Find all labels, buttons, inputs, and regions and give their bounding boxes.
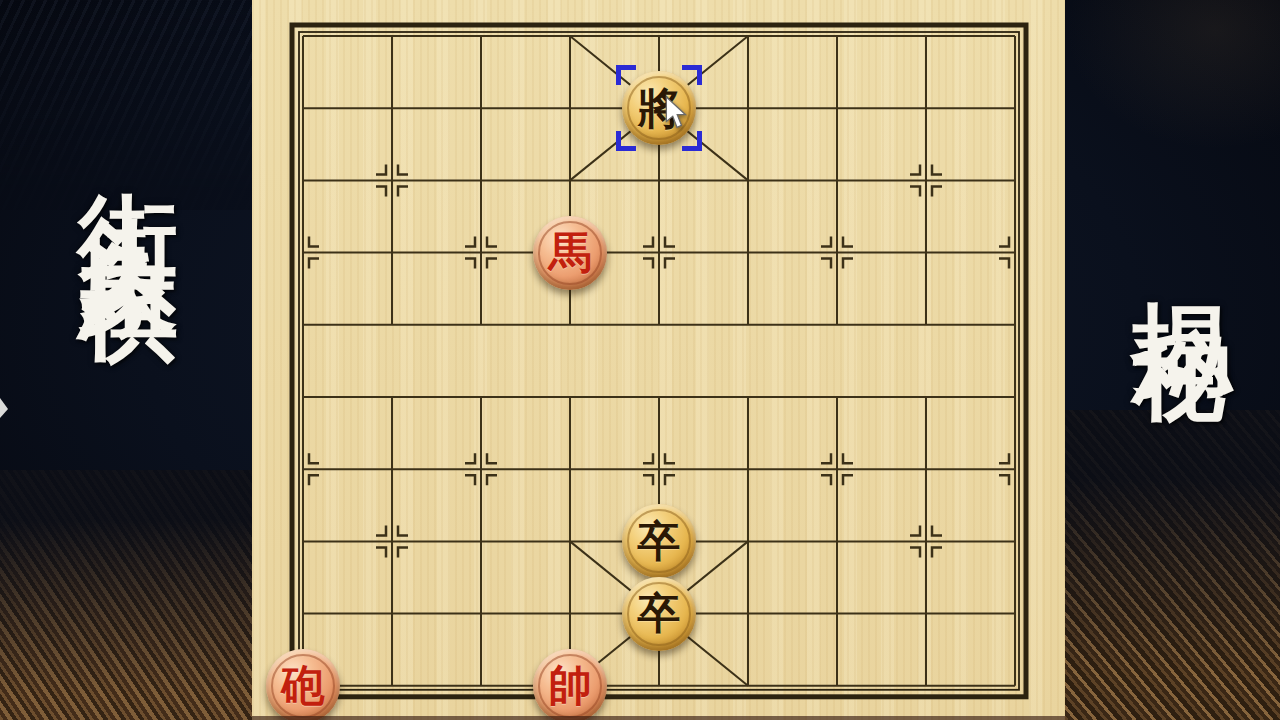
piece-red-general[interactable]: 帥 [533, 649, 607, 720]
board-bottom-edge [252, 716, 1065, 720]
xiangqi-board[interactable]: 將馬卒卒帥砲 [252, 0, 1065, 720]
square-3-3: 馬 [526, 217, 615, 289]
piece-black-soldier-2[interactable]: 卒 [622, 577, 696, 651]
piece-character: 砲 [282, 664, 325, 707]
background-mottle-top-right [1065, 0, 1280, 150]
square-3-9: 帥 [526, 650, 615, 720]
piece-character: 馬 [549, 231, 592, 274]
piece-red-cannon[interactable]: 砲 [266, 649, 340, 720]
piece-character: 卒 [638, 520, 681, 563]
square-4-1: 將 [615, 72, 704, 144]
piece-black-soldier-1[interactable]: 卒 [622, 504, 696, 578]
left-edge-artifact [0, 398, 8, 418]
square-4-7: 卒 [615, 505, 704, 577]
right-title: 揭秘 [1134, 222, 1234, 274]
piece-character: 帥 [549, 664, 592, 707]
background-wood-bottom-right [1065, 410, 1280, 720]
piece-grid: 將馬卒卒帥砲 [259, 0, 1060, 720]
square-4-8: 卒 [615, 578, 704, 650]
mouse-cursor-icon [664, 96, 690, 130]
piece-character: 卒 [638, 592, 681, 635]
video-frame: 街头象棋 揭秘 將馬卒卒帥砲 [0, 0, 1280, 720]
left-title: 街头象棋 [80, 112, 180, 208]
piece-red-horse[interactable]: 馬 [533, 216, 607, 290]
background-wood-bottom-left [0, 470, 252, 720]
square-0-9: 砲 [259, 650, 348, 720]
